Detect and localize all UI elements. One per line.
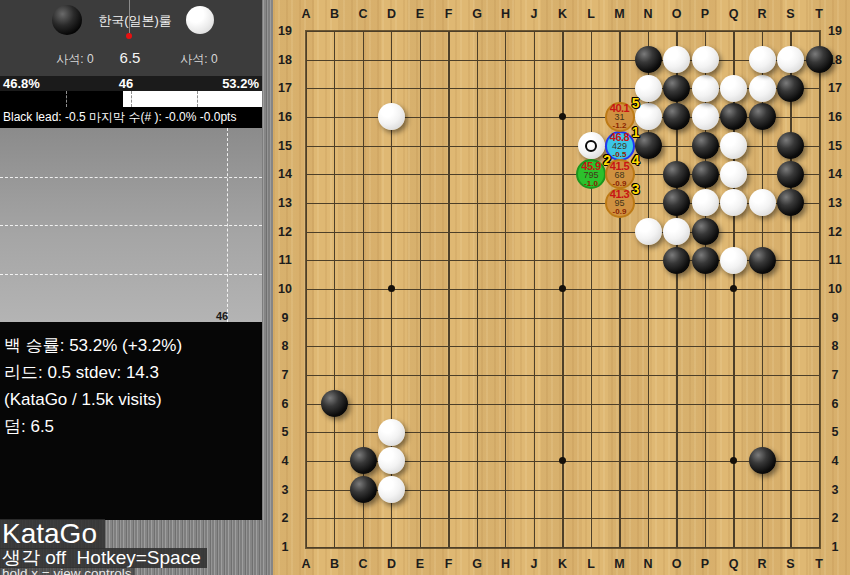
coord-label-top-P: P xyxy=(701,7,709,21)
analysis-rank-badge: 4 xyxy=(632,152,640,168)
coord-label-top-M: M xyxy=(614,7,624,21)
komi-marker-dot xyxy=(126,33,132,39)
white-stone-Q17 xyxy=(720,75,747,102)
coord-label-left-2: 2 xyxy=(282,511,289,525)
star-point-Q4 xyxy=(730,457,737,464)
white-stone-D16 xyxy=(378,103,405,130)
coord-label-bottom-E: E xyxy=(416,557,424,571)
analysis-rank-badge: 1 xyxy=(632,124,640,140)
coord-label-top-E: E xyxy=(416,7,424,21)
coord-label-bottom-B: B xyxy=(330,557,339,571)
controls-hint: hold x = view controls xyxy=(0,567,135,575)
komi-marker-line xyxy=(129,0,130,33)
analysis-rank-badge: 3 xyxy=(632,181,640,197)
analysis-score: -1.2 xyxy=(613,122,627,130)
coord-label-top-G: G xyxy=(472,7,482,21)
white-winrate-label: 53.2% xyxy=(222,76,259,91)
black-stone-P14 xyxy=(692,161,719,188)
coord-label-left-5: 5 xyxy=(282,425,289,439)
black-stone-R11 xyxy=(749,247,776,274)
winrate-bar-tick-50 xyxy=(131,91,132,107)
black-stone-B6 xyxy=(321,390,348,417)
coord-label-top-B: B xyxy=(330,7,339,21)
coord-label-left-19: 19 xyxy=(278,24,292,38)
coord-label-bottom-S: S xyxy=(786,557,794,571)
komi-value: 6.5 xyxy=(106,49,154,66)
analysis-move-L14[interactable]: 45.9795-1.02 xyxy=(576,159,606,189)
black-stone-S14 xyxy=(777,161,804,188)
coord-label-right-8: 8 xyxy=(832,339,839,353)
coord-label-top-Q: Q xyxy=(729,7,739,21)
coord-label-left-15: 15 xyxy=(278,139,292,153)
white-stone-Q11 xyxy=(720,247,747,274)
black-stone-P12 xyxy=(692,218,719,245)
analysis-score: -1.0 xyxy=(584,180,598,188)
black-lead-status: Black lead: -0.5 마지막 수(# ): -0.0% -0.0pt… xyxy=(0,107,262,128)
app-title: KataGo xyxy=(0,519,105,549)
white-stone-R18 xyxy=(749,46,776,73)
coord-label-right-7: 7 xyxy=(832,368,839,382)
rules-label: 한국(일본)룰 xyxy=(88,12,182,30)
winrate-bar-black-fill xyxy=(0,91,123,107)
winrate-bar[interactable] xyxy=(0,91,262,107)
black-stone-R16 xyxy=(749,103,776,130)
analysis-move-M16[interactable]: 40.131-1.25 xyxy=(605,102,635,132)
coord-label-left-16: 16 xyxy=(278,110,292,124)
white-stone-P13 xyxy=(692,189,719,216)
analysis-move-M13[interactable]: 41.395-0.93 xyxy=(605,188,635,218)
komi-line: 덤: 6.5 xyxy=(4,413,262,440)
white-stone-D5 xyxy=(378,419,405,446)
white-stone-P17 xyxy=(692,75,719,102)
coord-label-right-11: 11 xyxy=(828,253,841,267)
coord-label-left-17: 17 xyxy=(278,81,292,95)
coord-label-bottom-Q: Q xyxy=(729,557,739,571)
coord-label-left-8: 8 xyxy=(282,339,289,353)
coord-label-top-C: C xyxy=(358,7,367,21)
coord-label-left-6: 6 xyxy=(282,397,289,411)
black-stone-P11 xyxy=(692,247,719,274)
white-stone-L15 xyxy=(578,132,605,159)
coord-label-top-F: F xyxy=(445,7,453,21)
katago-window: 한국(일본)룰 사석: 0 6.5 사석: 0 46.8% 46 53.2% B… xyxy=(0,0,850,575)
coord-label-bottom-H: H xyxy=(501,557,510,571)
coord-label-bottom-J: J xyxy=(531,557,538,571)
coord-label-right-12: 12 xyxy=(828,225,842,239)
coord-label-bottom-L: L xyxy=(587,557,595,571)
coord-label-bottom-M: M xyxy=(614,557,624,571)
coord-label-bottom-N: N xyxy=(643,557,652,571)
coord-label-bottom-D: D xyxy=(387,557,396,571)
black-winrate-label: 46.8% xyxy=(3,76,40,91)
star-point-Q10 xyxy=(730,285,737,292)
black-stone-T18 xyxy=(806,46,833,73)
star-point-K10 xyxy=(559,285,566,292)
black-stone-Q16 xyxy=(720,103,747,130)
white-stone-R17 xyxy=(749,75,776,102)
coord-label-left-12: 12 xyxy=(278,225,292,239)
coord-label-right-14: 14 xyxy=(828,167,842,181)
black-stone-P15 xyxy=(692,132,719,159)
coord-label-right-17: 17 xyxy=(828,81,842,95)
white-stone-P18 xyxy=(692,46,719,73)
coord-label-left-7: 7 xyxy=(282,368,289,382)
thinking-status-hotkey: 생각 off Hotkey=Space xyxy=(0,548,207,568)
coord-label-top-A: A xyxy=(301,7,310,21)
white-stone-N12 xyxy=(635,218,662,245)
black-captures-label: 사석: 0 xyxy=(38,51,112,68)
winrate-graph[interactable]: -0.5 46.8 46 xyxy=(0,128,262,322)
coord-label-left-9: 9 xyxy=(282,311,289,325)
black-stone-S13 xyxy=(777,189,804,216)
black-stone-C3 xyxy=(350,476,377,503)
coord-label-top-K: K xyxy=(558,7,567,21)
coord-label-bottom-K: K xyxy=(558,557,567,571)
coord-label-top-L: L xyxy=(587,7,595,21)
coord-label-top-R: R xyxy=(757,7,766,21)
star-point-D10 xyxy=(388,285,395,292)
white-stone-D3 xyxy=(378,476,405,503)
graph-gridline-25 xyxy=(0,177,262,178)
white-stone-S18 xyxy=(777,46,804,73)
star-point-K4 xyxy=(559,457,566,464)
white-stone-O18 xyxy=(663,46,690,73)
winrate-bar-tick-75 xyxy=(197,91,198,107)
star-point-K16 xyxy=(559,113,566,120)
black-stone-O11 xyxy=(663,247,690,274)
coord-label-top-T: T xyxy=(815,7,823,21)
coord-label-left-13: 13 xyxy=(278,196,292,210)
coord-label-left-14: 14 xyxy=(278,167,292,181)
coord-label-right-16: 16 xyxy=(828,110,842,124)
coord-label-right-5: 5 xyxy=(832,425,839,439)
black-stone-O17 xyxy=(663,75,690,102)
coord-label-bottom-P: P xyxy=(701,557,709,571)
coord-label-bottom-G: G xyxy=(472,557,482,571)
last-move-marker xyxy=(585,140,597,152)
black-stone-O13 xyxy=(663,189,690,216)
coord-label-top-O: O xyxy=(672,7,682,21)
black-stone-N18 xyxy=(635,46,662,73)
black-stone-O14 xyxy=(663,161,690,188)
coord-label-bottom-R: R xyxy=(757,557,766,571)
coord-label-right-4: 4 xyxy=(832,454,839,468)
coord-label-left-3: 3 xyxy=(282,483,289,497)
white-stone-P16 xyxy=(692,103,719,130)
black-stone-S15 xyxy=(777,132,804,159)
analysis-move-M14[interactable]: 41.568-0.94 xyxy=(605,159,635,189)
board-cells-grid: 46.8429-0.5145.9795-1.0241.395-0.9341.56… xyxy=(292,17,834,561)
graph-gridline-50 xyxy=(0,225,262,226)
coord-label-left-11: 11 xyxy=(278,253,291,267)
black-stone-O16 xyxy=(663,103,690,130)
coord-label-left-1: 1 xyxy=(282,540,289,554)
coord-label-bottom-T: T xyxy=(815,557,823,571)
coord-label-right-1: 1 xyxy=(832,540,839,554)
white-captures-label: 사석: 0 xyxy=(162,51,236,68)
white-stone-D4 xyxy=(378,447,405,474)
game-header-panel: 한국(일본)룰 사석: 0 6.5 사석: 0 xyxy=(0,0,262,76)
black-stone-S17 xyxy=(777,75,804,102)
coord-label-top-N: N xyxy=(643,7,652,21)
coord-label-top-J: J xyxy=(531,7,538,21)
coord-label-right-19: 19 xyxy=(828,24,842,38)
coord-label-right-3: 3 xyxy=(832,483,839,497)
black-stone-R4 xyxy=(749,447,776,474)
coord-label-bottom-A: A xyxy=(301,557,310,571)
go-board[interactable]: 46.8429-0.5145.9795-1.0241.395-0.9341.56… xyxy=(273,0,850,575)
coord-label-right-9: 9 xyxy=(832,311,839,325)
coord-label-bottom-C: C xyxy=(358,557,367,571)
white-stone-Q15 xyxy=(720,132,747,159)
coord-label-right-13: 13 xyxy=(828,196,842,210)
lead-stdev-line: 리드: 0.5 stdev: 14.3 xyxy=(4,359,262,386)
coord-label-right-6: 6 xyxy=(832,397,839,411)
coord-label-top-H: H xyxy=(501,7,510,21)
graph-move-label: 46 xyxy=(216,310,228,322)
analysis-rank-badge: 5 xyxy=(632,95,640,111)
white-stone-Q14 xyxy=(720,161,747,188)
white-stone-Q13 xyxy=(720,189,747,216)
coord-label-bottom-F: F xyxy=(445,557,453,571)
analysis-score: -0.9 xyxy=(613,180,627,188)
coord-label-right-10: 10 xyxy=(828,282,842,296)
coord-label-bottom-O: O xyxy=(672,557,682,571)
coord-label-top-S: S xyxy=(786,7,794,21)
graph-gridline-75 xyxy=(0,274,262,275)
white-player-stone-icon xyxy=(186,6,214,34)
white-winrate-line: 백 승률: 53.2% (+3.2%) xyxy=(4,332,262,359)
coord-label-left-10: 10 xyxy=(278,282,292,296)
engine-visits-line: (KataGo / 1.5k visits) xyxy=(4,386,262,413)
coord-label-left-18: 18 xyxy=(278,53,292,67)
winrate-bar-tick-25 xyxy=(66,91,67,107)
black-player-stone-icon xyxy=(52,5,82,35)
move-number-label: 46 xyxy=(108,76,144,91)
coord-label-left-4: 4 xyxy=(282,454,289,468)
coord-label-right-2: 2 xyxy=(832,511,839,525)
winrate-header: 46.8% 46 53.2% xyxy=(0,76,262,91)
analysis-score: -0.5 xyxy=(613,151,627,159)
coord-label-top-D: D xyxy=(387,7,396,21)
black-stone-C4 xyxy=(350,447,377,474)
graph-current-move-line xyxy=(227,128,228,322)
coord-label-right-15: 15 xyxy=(828,139,842,153)
white-stone-R13 xyxy=(749,189,776,216)
analysis-score: -0.9 xyxy=(613,208,627,216)
analysis-info-panel: 백 승률: 53.2% (+3.2%) 리드: 0.5 stdev: 14.3 … xyxy=(0,322,262,520)
white-stone-O12 xyxy=(663,218,690,245)
